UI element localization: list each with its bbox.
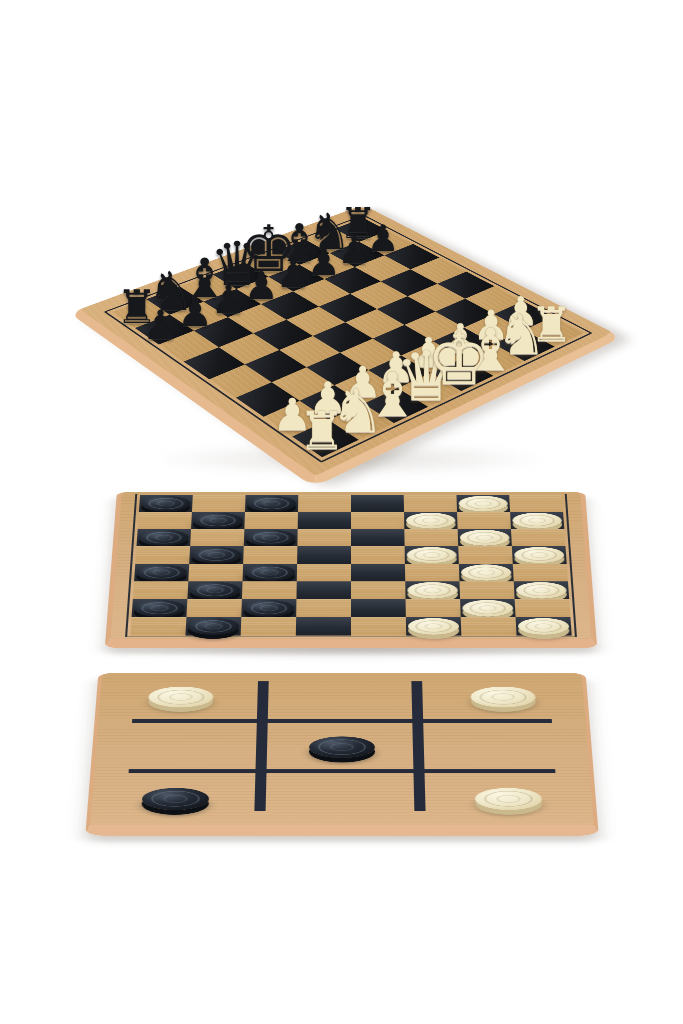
tictactoe-vline-right: [412, 681, 426, 811]
checkers-square: [404, 512, 458, 529]
black-checker: [247, 496, 296, 512]
checkers-square: [515, 599, 571, 617]
tictactoe-hline-bottom: [129, 769, 555, 773]
white-checker: [518, 618, 570, 635]
checkers-grid: [130, 495, 571, 635]
white-checker: [514, 547, 565, 563]
white-checker: [458, 496, 508, 512]
checkers-square: [405, 564, 460, 582]
checkers-square: [516, 617, 572, 635]
checkers-square: [511, 529, 566, 546]
white-checker: [512, 513, 562, 529]
checkers-square: [242, 581, 297, 599]
checkers-square: [509, 495, 563, 512]
checkers-square: [190, 529, 244, 546]
white-disc: [470, 687, 536, 708]
product-photo-stage: ♜♞♝♛♚♝♞♜♟♟♟♟♟♟♟♟♟♟♟♟♟♟♟♟♜♞♝♛♚♝♞♜: [0, 0, 683, 1024]
checkers-square: [351, 546, 405, 563]
checkers-square: [298, 495, 351, 512]
checkers-square: [404, 529, 458, 546]
checkers-square: [189, 546, 244, 563]
white-checker: [407, 547, 457, 563]
checkers-square: [241, 617, 296, 635]
white-disc: [148, 687, 214, 708]
checkers-square: [186, 599, 241, 617]
tictactoe-vline-left: [254, 681, 268, 811]
checkers-square: [458, 546, 513, 563]
black-checker: [141, 496, 191, 512]
white-checker: [408, 618, 459, 635]
black-checker: [246, 530, 296, 546]
white-checker: [462, 600, 513, 617]
checkers-square: [351, 564, 405, 582]
black-disc: [309, 736, 375, 757]
checkers-square: [132, 599, 188, 617]
checkers-square: [297, 546, 351, 563]
checkers-square: [456, 495, 510, 512]
checkers-square: [461, 617, 517, 635]
black-checker: [191, 547, 241, 563]
checkers-square: [459, 581, 514, 599]
black-disc: [141, 788, 209, 810]
checkers-square: [139, 495, 193, 512]
checkers-square: [351, 617, 406, 635]
checkers-square: [406, 617, 461, 635]
checkers-square: [298, 512, 351, 529]
checkers-square: [297, 564, 351, 582]
checkers-square: [297, 529, 351, 546]
chess-board: [69, 205, 621, 487]
checkers-square: [296, 617, 351, 635]
checkers-square: [135, 546, 190, 563]
checkers-square: [510, 512, 564, 529]
checkers-square: [191, 512, 245, 529]
checkers-square: [245, 495, 298, 512]
checkers-square: [192, 495, 246, 512]
tictactoe-hline-top: [132, 719, 551, 723]
white-checker: [516, 582, 567, 599]
tictactoe-surface: [90, 673, 594, 826]
black-checker: [136, 564, 187, 580]
checkers-square: [244, 512, 298, 529]
checkers-square: [512, 546, 567, 563]
checkers-square: [243, 564, 298, 582]
black-checker: [188, 618, 240, 635]
black-checker: [134, 600, 186, 617]
checkers-square: [405, 581, 460, 599]
checkers-square: [459, 564, 514, 582]
checkers-square: [244, 529, 298, 546]
black-checker: [189, 582, 240, 599]
checkers-board: [105, 492, 597, 648]
checkers-square: [351, 599, 406, 617]
checkers-square: [457, 512, 511, 529]
checkers-square: [406, 599, 461, 617]
checkers-square: [351, 495, 404, 512]
checkers-square: [405, 546, 459, 563]
checkers-square: [138, 512, 192, 529]
checkers-square: [351, 529, 405, 546]
checkers-square: [513, 564, 568, 582]
white-checker: [406, 513, 456, 529]
black-checker: [193, 513, 243, 529]
checkers-square: [460, 599, 515, 617]
checkers-square: [134, 564, 189, 582]
checkers-square: [243, 546, 297, 563]
checkers-square: [351, 512, 404, 529]
checkers-square: [241, 599, 296, 617]
checkers-square: [187, 581, 242, 599]
checkers-square: [137, 529, 192, 546]
checkers-square: [351, 581, 406, 599]
checkers-square: [185, 617, 241, 635]
chess-grid: [112, 218, 584, 457]
checkers-square: [458, 529, 512, 546]
black-checker: [243, 600, 294, 617]
tictactoe-board: [85, 673, 598, 836]
checkers-square: [514, 581, 569, 599]
checkers-square: [130, 617, 186, 635]
checkers-square: [296, 599, 351, 617]
checkers-square: [188, 564, 243, 582]
white-disc: [474, 788, 542, 810]
white-checker: [407, 582, 458, 599]
black-checker: [139, 530, 189, 546]
white-checker: [461, 564, 512, 580]
checkers-square: [404, 495, 457, 512]
black-checker: [245, 564, 296, 580]
checkers-square: [133, 581, 188, 599]
white-checker: [460, 530, 510, 546]
checkers-square: [296, 581, 351, 599]
